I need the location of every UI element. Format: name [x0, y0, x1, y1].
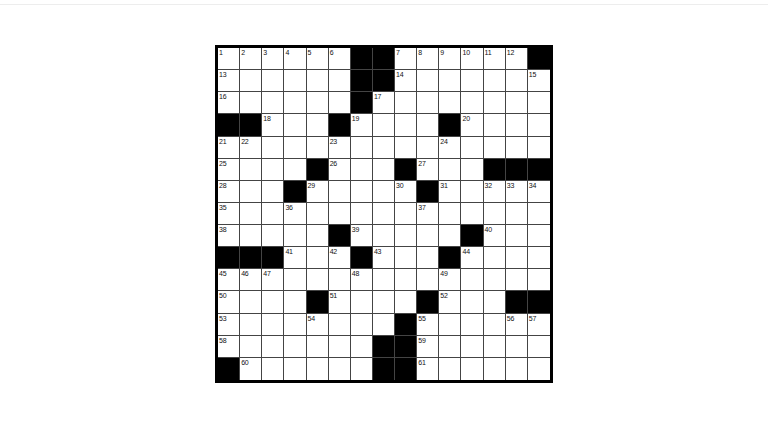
clue-number-38: 38	[219, 225, 226, 234]
white-square-r5c15[interactable]	[528, 137, 550, 159]
white-square-r3c11[interactable]	[439, 92, 461, 114]
clue-number-24: 24	[440, 137, 447, 146]
clue-number-60: 60	[241, 358, 248, 367]
clue-number-15: 15	[529, 70, 536, 79]
clue-number-59: 59	[418, 336, 425, 345]
white-square-r2c12[interactable]	[461, 70, 483, 92]
white-square-r8c9[interactable]	[395, 203, 417, 225]
white-square-r7c13[interactable]: 32	[484, 181, 506, 203]
white-square-r3c2[interactable]	[240, 92, 262, 114]
white-square-r6c2[interactable]	[240, 159, 262, 181]
white-square-r15c10[interactable]: 61	[417, 358, 439, 380]
clue-number-39: 39	[352, 225, 359, 234]
white-square-r6c6[interactable]: 26	[329, 159, 351, 181]
white-square-r10c8[interactable]: 43	[373, 247, 395, 269]
white-square-r5c6[interactable]: 23	[329, 137, 351, 159]
clue-number-37: 37	[418, 203, 425, 212]
white-square-r3c14[interactable]	[506, 92, 528, 114]
clue-number-2: 2	[241, 48, 245, 57]
white-square-r6c4[interactable]	[284, 159, 306, 181]
white-square-r7c7[interactable]	[351, 181, 373, 203]
white-square-r8c8[interactable]	[373, 203, 395, 225]
white-square-r5c1[interactable]: 21	[218, 137, 240, 159]
white-square-r5c8[interactable]	[373, 137, 395, 159]
black-square-r6c5	[307, 159, 329, 181]
clue-number-50: 50	[219, 291, 226, 300]
clue-number-57: 57	[529, 314, 536, 323]
white-square-r4c8[interactable]	[373, 114, 395, 136]
white-square-r14c13[interactable]	[484, 336, 506, 358]
white-square-r9c8[interactable]	[373, 225, 395, 247]
white-square-r13c6[interactable]	[329, 314, 351, 336]
white-square-r7c1[interactable]: 28	[218, 181, 240, 203]
white-square-r10c6[interactable]: 42	[329, 247, 351, 269]
clue-number-22: 22	[241, 137, 248, 146]
clue-number-26: 26	[330, 159, 337, 168]
white-square-r9c13[interactable]: 40	[484, 225, 506, 247]
white-square-r14c2[interactable]	[240, 336, 262, 358]
white-square-r1c5[interactable]: 5	[307, 48, 329, 70]
white-square-r13c11[interactable]	[439, 314, 461, 336]
white-square-r2c6[interactable]	[329, 70, 351, 92]
clue-number-17: 17	[374, 92, 381, 101]
white-square-r11c3[interactable]: 47	[262, 269, 284, 291]
clue-number-52: 52	[440, 291, 447, 300]
clue-number-55: 55	[418, 314, 425, 323]
white-square-r1c14[interactable]: 12	[506, 48, 528, 70]
white-square-r9c14[interactable]	[506, 225, 528, 247]
clue-number-46: 46	[241, 269, 248, 278]
white-square-r15c12[interactable]	[461, 358, 483, 380]
white-square-r3c5[interactable]	[307, 92, 329, 114]
clue-number-1: 1	[219, 48, 223, 57]
white-square-r2c5[interactable]	[307, 70, 329, 92]
white-square-r10c10[interactable]	[417, 247, 439, 269]
white-square-r12c12[interactable]	[461, 291, 483, 313]
black-square-r4c6	[329, 114, 351, 136]
clue-number-11: 11	[485, 48, 492, 57]
black-square-r10c11	[439, 247, 461, 269]
white-square-r9c1[interactable]: 38	[218, 225, 240, 247]
white-square-r2c4[interactable]	[284, 70, 306, 92]
white-square-r5c3[interactable]	[262, 137, 284, 159]
white-square-r2c13[interactable]	[484, 70, 506, 92]
clue-number-5: 5	[308, 48, 312, 57]
black-square-r1c7	[351, 48, 373, 70]
white-square-r13c12[interactable]	[461, 314, 483, 336]
white-square-r4c15[interactable]	[528, 114, 550, 136]
white-square-r8c6[interactable]	[329, 203, 351, 225]
white-square-r11c15[interactable]	[528, 269, 550, 291]
clue-number-8: 8	[418, 48, 422, 57]
clue-number-56: 56	[507, 314, 514, 323]
clue-number-42: 42	[330, 247, 337, 256]
white-square-r2c3[interactable]	[262, 70, 284, 92]
black-square-r4c1	[218, 114, 240, 136]
clue-number-25: 25	[219, 159, 226, 168]
black-square-r7c4	[284, 181, 306, 203]
black-square-r9c12	[461, 225, 483, 247]
clue-number-20: 20	[462, 114, 469, 123]
black-square-r15c9	[395, 358, 417, 380]
white-square-r2c9[interactable]: 14	[395, 70, 417, 92]
white-square-r7c6[interactable]	[329, 181, 351, 203]
white-square-r13c3[interactable]	[262, 314, 284, 336]
white-square-r3c9[interactable]	[395, 92, 417, 114]
white-square-r5c5[interactable]	[307, 137, 329, 159]
black-square-r10c2	[240, 247, 262, 269]
white-square-r13c10[interactable]: 55	[417, 314, 439, 336]
white-square-r13c13[interactable]	[484, 314, 506, 336]
clue-number-23: 23	[330, 137, 337, 146]
clue-number-9: 9	[440, 48, 444, 57]
clue-number-45: 45	[219, 269, 226, 278]
white-square-r13c2[interactable]	[240, 314, 262, 336]
white-square-r13c15[interactable]: 57	[528, 314, 550, 336]
white-square-r14c7[interactable]	[351, 336, 373, 358]
white-square-r1c12[interactable]: 10	[461, 48, 483, 70]
white-square-r5c10[interactable]	[417, 137, 439, 159]
clue-number-4: 4	[285, 48, 289, 57]
white-square-r9c10[interactable]	[417, 225, 439, 247]
white-square-r1c4[interactable]: 4	[284, 48, 306, 70]
black-square-r9c6	[329, 225, 351, 247]
white-square-r10c14[interactable]	[506, 247, 528, 269]
white-square-r1c1[interactable]: 1	[218, 48, 240, 70]
white-square-r2c10[interactable]	[417, 70, 439, 92]
white-square-r12c2[interactable]	[240, 291, 262, 313]
clue-number-10: 10	[462, 48, 469, 57]
clue-number-12: 12	[507, 48, 514, 57]
white-square-r14c5[interactable]	[307, 336, 329, 358]
white-square-r5c4[interactable]	[284, 137, 306, 159]
clue-number-40: 40	[485, 225, 492, 234]
white-square-r11c13[interactable]	[484, 269, 506, 291]
white-square-r3c13[interactable]	[484, 92, 506, 114]
clue-number-53: 53	[219, 314, 226, 323]
white-square-r1c6[interactable]: 6	[329, 48, 351, 70]
white-square-r14c4[interactable]	[284, 336, 306, 358]
white-square-r10c12[interactable]: 44	[461, 247, 483, 269]
white-square-r5c14[interactable]	[506, 137, 528, 159]
white-square-r15c13[interactable]	[484, 358, 506, 380]
white-square-r9c3[interactable]	[262, 225, 284, 247]
white-square-r1c11[interactable]: 9	[439, 48, 461, 70]
white-square-r11c4[interactable]	[284, 269, 306, 291]
white-square-r4c9[interactable]	[395, 114, 417, 136]
black-square-r1c8	[373, 48, 395, 70]
black-square-r12c5	[307, 291, 329, 313]
white-square-r6c8[interactable]	[373, 159, 395, 181]
white-square-r8c11[interactable]	[439, 203, 461, 225]
white-square-r3c6[interactable]	[329, 92, 351, 114]
white-square-r12c1[interactable]: 50	[218, 291, 240, 313]
white-square-r4c12[interactable]: 20	[461, 114, 483, 136]
white-square-r7c15[interactable]: 34	[528, 181, 550, 203]
white-square-r6c10[interactable]: 27	[417, 159, 439, 181]
white-square-r9c15[interactable]	[528, 225, 550, 247]
white-square-r11c10[interactable]	[417, 269, 439, 291]
white-square-r11c5[interactable]	[307, 269, 329, 291]
black-square-r12c15	[528, 291, 550, 313]
black-square-r13c9	[395, 314, 417, 336]
white-square-r4c7[interactable]: 19	[351, 114, 373, 136]
white-square-r4c4[interactable]	[284, 114, 306, 136]
black-square-r1c15	[528, 48, 550, 70]
white-square-r13c14[interactable]: 56	[506, 314, 528, 336]
white-square-r14c14[interactable]	[506, 336, 528, 358]
clue-number-31: 31	[440, 181, 447, 190]
white-square-r7c8[interactable]	[373, 181, 395, 203]
black-square-r15c1	[218, 358, 240, 380]
black-square-r10c3	[262, 247, 284, 269]
white-square-r4c13[interactable]	[484, 114, 506, 136]
black-square-r14c9	[395, 336, 417, 358]
white-square-r1c13[interactable]: 11	[484, 48, 506, 70]
white-square-r12c3[interactable]	[262, 291, 284, 313]
clue-number-33: 33	[507, 181, 514, 190]
white-square-r7c14[interactable]: 33	[506, 181, 528, 203]
clue-number-43: 43	[374, 247, 381, 256]
clue-number-41: 41	[285, 247, 292, 256]
clue-number-44: 44	[462, 247, 469, 256]
clue-number-3: 3	[263, 48, 267, 57]
clue-number-18: 18	[263, 114, 270, 123]
white-square-r3c8[interactable]: 17	[373, 92, 395, 114]
white-square-r5c7[interactable]	[351, 137, 373, 159]
white-square-r6c11[interactable]	[439, 159, 461, 181]
clue-number-54: 54	[308, 314, 315, 323]
white-square-r5c12[interactable]	[461, 137, 483, 159]
black-square-r6c15	[528, 159, 550, 181]
white-square-r12c8[interactable]	[373, 291, 395, 313]
white-square-r14c12[interactable]	[461, 336, 483, 358]
white-square-r7c12[interactable]	[461, 181, 483, 203]
white-square-r11c1[interactable]: 45	[218, 269, 240, 291]
black-square-r6c9	[395, 159, 417, 181]
black-square-r2c7	[351, 70, 373, 92]
black-square-r6c13	[484, 159, 506, 181]
clue-number-16: 16	[219, 92, 226, 101]
white-square-r15c7[interactable]	[351, 358, 373, 380]
black-square-r12c14	[506, 291, 528, 313]
white-square-r12c6[interactable]: 51	[329, 291, 351, 313]
clue-number-58: 58	[219, 336, 226, 345]
clue-number-29: 29	[308, 181, 315, 190]
white-square-r11c11[interactable]: 49	[439, 269, 461, 291]
white-square-r11c14[interactable]	[506, 269, 528, 291]
white-square-r8c4[interactable]: 36	[284, 203, 306, 225]
white-square-r15c11[interactable]	[439, 358, 461, 380]
white-square-r8c3[interactable]	[262, 203, 284, 225]
clue-number-6: 6	[330, 48, 334, 57]
white-square-r11c9[interactable]	[395, 269, 417, 291]
black-square-r4c11	[439, 114, 461, 136]
white-square-r1c3[interactable]: 3	[262, 48, 284, 70]
clue-number-32: 32	[485, 181, 492, 190]
clue-number-47: 47	[263, 269, 270, 278]
clue-number-34: 34	[529, 181, 536, 190]
white-square-r13c5[interactable]: 54	[307, 314, 329, 336]
white-square-r8c1[interactable]: 35	[218, 203, 240, 225]
white-square-r8c14[interactable]	[506, 203, 528, 225]
white-square-r14c10[interactable]: 59	[417, 336, 439, 358]
white-square-r9c5[interactable]	[307, 225, 329, 247]
white-square-r2c11[interactable]	[439, 70, 461, 92]
white-square-r14c6[interactable]	[329, 336, 351, 358]
white-square-r3c4[interactable]	[284, 92, 306, 114]
clue-number-14: 14	[396, 70, 403, 79]
white-square-r12c13[interactable]	[484, 291, 506, 313]
white-square-r10c4[interactable]: 41	[284, 247, 306, 269]
clue-number-28: 28	[219, 181, 226, 190]
black-square-r15c8	[373, 358, 395, 380]
white-square-r5c2[interactable]: 22	[240, 137, 262, 159]
white-square-r9c11[interactable]	[439, 225, 461, 247]
white-square-r9c4[interactable]	[284, 225, 306, 247]
white-square-r5c13[interactable]	[484, 137, 506, 159]
white-square-r8c5[interactable]	[307, 203, 329, 225]
white-square-r15c6[interactable]	[329, 358, 351, 380]
white-square-r14c1[interactable]: 58	[218, 336, 240, 358]
white-square-r1c2[interactable]: 2	[240, 48, 262, 70]
white-square-r6c3[interactable]	[262, 159, 284, 181]
white-square-r13c1[interactable]: 53	[218, 314, 240, 336]
white-square-r8c7[interactable]	[351, 203, 373, 225]
crossword-grid: 1234567891011121314151617181920212223242…	[215, 45, 553, 383]
white-square-r10c5[interactable]	[307, 247, 329, 269]
clue-number-13: 13	[219, 70, 226, 79]
white-square-r10c9[interactable]	[395, 247, 417, 269]
white-square-r14c15[interactable]	[528, 336, 550, 358]
white-square-r11c6[interactable]	[329, 269, 351, 291]
white-square-r9c2[interactable]	[240, 225, 262, 247]
page-top-hairline	[0, 4, 768, 5]
white-square-r2c14[interactable]	[506, 70, 528, 92]
white-square-r15c14[interactable]	[506, 358, 528, 380]
white-square-r3c3[interactable]	[262, 92, 284, 114]
clue-number-30: 30	[396, 181, 403, 190]
white-square-r14c3[interactable]	[262, 336, 284, 358]
white-square-r2c15[interactable]: 15	[528, 70, 550, 92]
white-square-r4c10[interactable]	[417, 114, 439, 136]
white-square-r3c1[interactable]: 16	[218, 92, 240, 114]
white-square-r8c10[interactable]: 37	[417, 203, 439, 225]
black-square-r4c2	[240, 114, 262, 136]
white-square-r11c12[interactable]	[461, 269, 483, 291]
page: 1234567891011121314151617181920212223242…	[0, 0, 768, 432]
white-square-r9c9[interactable]	[395, 225, 417, 247]
white-square-r15c3[interactable]	[262, 358, 284, 380]
white-square-r4c5[interactable]	[307, 114, 329, 136]
white-square-r4c14[interactable]	[506, 114, 528, 136]
clue-number-48: 48	[352, 269, 359, 278]
black-square-r10c1	[218, 247, 240, 269]
white-square-r8c13[interactable]	[484, 203, 506, 225]
white-square-r7c9[interactable]: 30	[395, 181, 417, 203]
white-square-r14c11[interactable]	[439, 336, 461, 358]
white-square-r2c1[interactable]: 13	[218, 70, 240, 92]
white-square-r6c7[interactable]	[351, 159, 373, 181]
white-square-r1c9[interactable]: 7	[395, 48, 417, 70]
white-square-r7c3[interactable]	[262, 181, 284, 203]
white-square-r1c10[interactable]: 8	[417, 48, 439, 70]
white-square-r3c12[interactable]	[461, 92, 483, 114]
white-square-r13c4[interactable]	[284, 314, 306, 336]
white-square-r6c12[interactable]	[461, 159, 483, 181]
white-square-r12c4[interactable]	[284, 291, 306, 313]
white-square-r2c2[interactable]	[240, 70, 262, 92]
white-square-r15c2[interactable]: 60	[240, 358, 262, 380]
white-square-r11c8[interactable]	[373, 269, 395, 291]
white-square-r15c4[interactable]	[284, 358, 306, 380]
white-square-r11c7[interactable]: 48	[351, 269, 373, 291]
clue-number-19: 19	[352, 114, 359, 123]
white-square-r12c7[interactable]	[351, 291, 373, 313]
white-square-r10c15[interactable]	[528, 247, 550, 269]
white-square-r13c7[interactable]	[351, 314, 373, 336]
clue-number-35: 35	[219, 203, 226, 212]
white-square-r8c12[interactable]	[461, 203, 483, 225]
clue-number-61: 61	[418, 358, 425, 367]
white-square-r6c1[interactable]: 25	[218, 159, 240, 181]
white-square-r12c9[interactable]	[395, 291, 417, 313]
white-square-r5c9[interactable]	[395, 137, 417, 159]
white-square-r5c11[interactable]: 24	[439, 137, 461, 159]
clue-number-49: 49	[440, 269, 447, 278]
white-square-r15c5[interactable]	[307, 358, 329, 380]
white-square-r10c13[interactable]	[484, 247, 506, 269]
white-square-r11c2[interactable]: 46	[240, 269, 262, 291]
white-square-r12c11[interactable]: 52	[439, 291, 461, 313]
clue-number-36: 36	[285, 203, 292, 212]
white-square-r7c5[interactable]: 29	[307, 181, 329, 203]
clue-number-27: 27	[418, 159, 425, 168]
black-square-r12c10	[417, 291, 439, 313]
white-square-r4c3[interactable]: 18	[262, 114, 284, 136]
black-square-r10c7	[351, 247, 373, 269]
white-square-r15c15[interactable]	[528, 358, 550, 380]
white-square-r8c15[interactable]	[528, 203, 550, 225]
white-square-r7c2[interactable]	[240, 181, 262, 203]
clue-number-7: 7	[396, 48, 400, 57]
black-square-r14c8	[373, 336, 395, 358]
white-square-r3c10[interactable]	[417, 92, 439, 114]
white-square-r7c11[interactable]: 31	[439, 181, 461, 203]
black-square-r7c10	[417, 181, 439, 203]
white-square-r8c2[interactable]	[240, 203, 262, 225]
white-square-r3c15[interactable]	[528, 92, 550, 114]
clue-number-21: 21	[219, 137, 226, 146]
white-square-r9c7[interactable]: 39	[351, 225, 373, 247]
white-square-r13c8[interactable]	[373, 314, 395, 336]
black-square-r2c8	[373, 70, 395, 92]
black-square-r6c14	[506, 159, 528, 181]
black-square-r3c7	[351, 92, 373, 114]
clue-number-51: 51	[330, 291, 337, 300]
